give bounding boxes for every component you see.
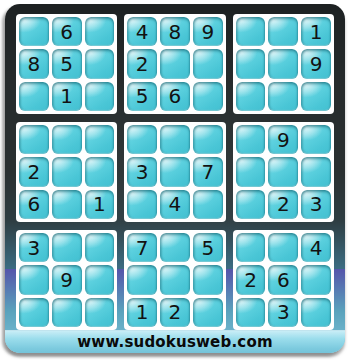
cell-r2c9[interactable]: 9 [301,49,331,78]
cell-r4c2[interactable] [52,125,82,154]
box-2-1: 261 [16,122,117,222]
cell-r1c3[interactable] [85,17,115,46]
cell-r3c6[interactable] [193,82,223,111]
cell-r2c5[interactable] [160,49,190,78]
cell-r5c6[interactable]: 7 [193,157,223,186]
cell-r6c3[interactable]: 1 [85,190,115,219]
cell-r7c8[interactable] [268,233,298,262]
cell-r3c8[interactable] [268,82,298,111]
cell-r4c6[interactable] [193,125,223,154]
cell-r5c2[interactable] [52,157,82,186]
cell-r1c4[interactable]: 4 [127,17,157,46]
cell-r2c3[interactable] [85,49,115,78]
box-3-2: 7512 [124,230,225,330]
cell-r2c2[interactable]: 5 [52,49,82,78]
cell-r9c7[interactable] [236,298,266,327]
cell-r3c1[interactable] [19,82,49,111]
cell-r1c1[interactable] [19,17,49,46]
box-2-2: 374 [124,122,225,222]
cell-r1c5[interactable]: 8 [160,17,190,46]
cell-r4c7[interactable] [236,125,266,154]
cell-r6c2[interactable] [52,190,82,219]
cell-r8c8[interactable]: 6 [268,265,298,294]
cell-r4c8[interactable]: 9 [268,125,298,154]
cell-r3c2[interactable]: 1 [52,82,82,111]
cell-r1c6[interactable]: 9 [193,17,223,46]
cell-r7c7[interactable] [236,233,266,262]
cell-r9c5[interactable]: 2 [160,298,190,327]
cell-r4c5[interactable] [160,125,190,154]
cell-r8c6[interactable] [193,265,223,294]
cell-r3c9[interactable] [301,82,331,111]
cell-r7c9[interactable]: 4 [301,233,331,262]
sudoku-board: 6851489256192613749233975124263 [16,14,334,330]
cell-r9c1[interactable] [19,298,49,327]
cell-r2c4[interactable]: 2 [127,49,157,78]
cell-r6c9[interactable]: 3 [301,190,331,219]
cell-r2c6[interactable] [193,49,223,78]
cell-r8c7[interactable]: 2 [236,265,266,294]
cell-r5c8[interactable] [268,157,298,186]
cell-r6c8[interactable]: 2 [268,190,298,219]
cell-r7c3[interactable] [85,233,115,262]
cell-r1c9[interactable]: 1 [301,17,331,46]
cell-r2c8[interactable] [268,49,298,78]
cell-r3c5[interactable]: 6 [160,82,190,111]
cell-r4c3[interactable] [85,125,115,154]
cell-r5c7[interactable] [236,157,266,186]
cell-r9c8[interactable]: 3 [268,298,298,327]
box-1-3: 19 [233,14,334,114]
cell-r7c2[interactable] [52,233,82,262]
cell-r8c3[interactable] [85,265,115,294]
box-2-3: 923 [233,122,334,222]
cell-r3c3[interactable] [85,82,115,111]
site-banner-link[interactable]: www.sudokusweb.com [77,333,272,351]
box-3-3: 4263 [233,230,334,330]
cell-r3c4[interactable]: 5 [127,82,157,111]
cell-r9c3[interactable] [85,298,115,327]
cell-r9c6[interactable] [193,298,223,327]
cell-r9c4[interactable]: 1 [127,298,157,327]
cell-r9c9[interactable] [301,298,331,327]
cell-r5c9[interactable] [301,157,331,186]
box-1-1: 6851 [16,14,117,114]
cell-r2c1[interactable]: 8 [19,49,49,78]
cell-r7c1[interactable]: 3 [19,233,49,262]
cell-r9c2[interactable] [52,298,82,327]
cell-r5c5[interactable] [160,157,190,186]
cell-r7c5[interactable] [160,233,190,262]
cell-r8c2[interactable]: 9 [52,265,82,294]
cell-r2c7[interactable] [236,49,266,78]
cell-r6c4[interactable] [127,190,157,219]
box-1-2: 489256 [124,14,225,114]
cell-r4c9[interactable] [301,125,331,154]
cell-r1c2[interactable]: 6 [52,17,82,46]
cell-r8c5[interactable] [160,265,190,294]
cell-r7c6[interactable]: 5 [193,233,223,262]
cell-r1c7[interactable] [236,17,266,46]
cell-r3c7[interactable] [236,82,266,111]
cell-r8c1[interactable] [19,265,49,294]
sudoku-card: 6851489256192613749233975124263 www.sudo… [5,4,345,353]
cell-r1c8[interactable] [268,17,298,46]
cell-r5c1[interactable]: 2 [19,157,49,186]
cell-r6c6[interactable] [193,190,223,219]
cell-r8c9[interactable] [301,265,331,294]
cell-r6c5[interactable]: 4 [160,190,190,219]
site-banner: www.sudokusweb.com [5,330,345,353]
cell-r4c4[interactable] [127,125,157,154]
cell-r5c3[interactable] [85,157,115,186]
cell-r5c4[interactable]: 3 [127,157,157,186]
cell-r6c1[interactable]: 6 [19,190,49,219]
cell-r7c4[interactable]: 7 [127,233,157,262]
cell-r4c1[interactable] [19,125,49,154]
cell-r8c4[interactable] [127,265,157,294]
cell-r6c7[interactable] [236,190,266,219]
box-3-1: 39 [16,230,117,330]
